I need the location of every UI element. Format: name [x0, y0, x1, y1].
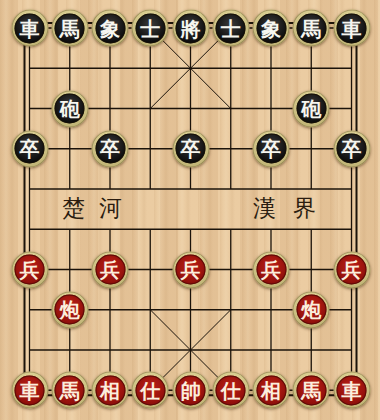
- piece-red-elephant-left[interactable]: 相: [92, 372, 129, 409]
- piece-red-soldier-b[interactable]: 兵: [92, 251, 129, 288]
- piece-face: 相: [256, 375, 286, 405]
- piece-glyph: 卒: [20, 139, 40, 159]
- piece-glyph: 相: [100, 380, 120, 400]
- piece-glyph: 兵: [100, 260, 120, 280]
- piece-glyph: 車: [20, 18, 40, 38]
- piece-face: 馬: [55, 375, 85, 405]
- piece-face: 馬: [296, 13, 326, 43]
- piece-glyph: 車: [20, 380, 40, 400]
- piece-face: 將: [176, 13, 206, 43]
- piece-glyph: 兵: [342, 260, 362, 280]
- piece-glyph: 象: [100, 18, 120, 38]
- piece-black-advisor-right[interactable]: 士: [212, 10, 249, 47]
- piece-face: 砲: [296, 94, 326, 124]
- piece-red-soldier-d[interactable]: 兵: [253, 251, 290, 288]
- piece-face: 卒: [95, 134, 125, 164]
- piece-glyph: 炮: [301, 300, 321, 320]
- piece-red-chariot-left[interactable]: 車: [11, 372, 48, 409]
- piece-red-soldier-a[interactable]: 兵: [11, 251, 48, 288]
- piece-face: 兵: [256, 255, 286, 285]
- piece-black-soldier-e[interactable]: 卒: [333, 130, 370, 167]
- piece-black-advisor-left[interactable]: 士: [132, 10, 169, 47]
- piece-glyph: 相: [261, 380, 281, 400]
- piece-glyph: 馬: [301, 380, 321, 400]
- piece-red-advisor-left[interactable]: 仕: [132, 372, 169, 409]
- piece-face: 仕: [216, 375, 246, 405]
- piece-black-soldier-d[interactable]: 卒: [253, 130, 290, 167]
- piece-glyph: 卒: [342, 139, 362, 159]
- piece-face: 車: [337, 375, 367, 405]
- piece-glyph: 士: [221, 18, 241, 38]
- piece-red-cannon-right[interactable]: 炮: [293, 291, 330, 328]
- piece-face: 卒: [176, 134, 206, 164]
- piece-red-horse-right[interactable]: 馬: [293, 372, 330, 409]
- piece-face: 砲: [55, 94, 85, 124]
- piece-face: 車: [337, 13, 367, 43]
- piece-glyph: 卒: [261, 139, 281, 159]
- piece-red-general[interactable]: 帥: [172, 372, 209, 409]
- piece-black-elephant-right[interactable]: 象: [253, 10, 290, 47]
- piece-glyph: 馬: [60, 18, 80, 38]
- piece-red-horse-left[interactable]: 馬: [51, 372, 88, 409]
- xiangqi-board[interactable]: 楚河 漢界 車馬象士將士象馬車砲砲卒卒卒卒卒兵兵兵兵兵炮炮車馬相仕帥仕相馬車: [0, 0, 380, 420]
- piece-glyph: 仕: [140, 380, 160, 400]
- piece-glyph: 兵: [20, 260, 40, 280]
- piece-glyph: 士: [140, 18, 160, 38]
- piece-black-general[interactable]: 將: [172, 10, 209, 47]
- piece-glyph: 車: [342, 380, 362, 400]
- piece-face: 炮: [296, 295, 326, 325]
- piece-glyph: 炮: [60, 300, 80, 320]
- piece-black-chariot-right[interactable]: 車: [333, 10, 370, 47]
- piece-glyph: 仕: [221, 380, 241, 400]
- piece-glyph: 帥: [181, 380, 201, 400]
- piece-face: 士: [135, 13, 165, 43]
- piece-glyph: 馬: [60, 380, 80, 400]
- piece-red-cannon-left[interactable]: 炮: [51, 291, 88, 328]
- piece-glyph: 卒: [181, 139, 201, 159]
- piece-face: 相: [95, 375, 125, 405]
- piece-glyph: 車: [342, 18, 362, 38]
- piece-black-chariot-left[interactable]: 車: [11, 10, 48, 47]
- piece-red-elephant-right[interactable]: 相: [253, 372, 290, 409]
- piece-black-soldier-a[interactable]: 卒: [11, 130, 48, 167]
- piece-face: 卒: [337, 134, 367, 164]
- piece-black-cannon-right[interactable]: 砲: [293, 90, 330, 127]
- piece-face: 馬: [55, 13, 85, 43]
- river-label-han-jie: 漢界: [253, 197, 333, 221]
- piece-black-cannon-left[interactable]: 砲: [51, 90, 88, 127]
- piece-red-chariot-right[interactable]: 車: [333, 372, 370, 409]
- piece-glyph: 馬: [301, 18, 321, 38]
- piece-glyph: 卒: [100, 139, 120, 159]
- piece-black-soldier-c[interactable]: 卒: [172, 130, 209, 167]
- piece-face: 帥: [176, 375, 206, 405]
- piece-glyph: 將: [181, 18, 201, 38]
- piece-glyph: 砲: [301, 99, 321, 119]
- piece-face: 象: [256, 13, 286, 43]
- piece-black-horse-left[interactable]: 馬: [51, 10, 88, 47]
- piece-face: 兵: [337, 255, 367, 285]
- piece-face: 兵: [15, 255, 45, 285]
- piece-face: 士: [216, 13, 246, 43]
- piece-glyph: 象: [261, 18, 281, 38]
- piece-face: 卒: [256, 134, 286, 164]
- piece-black-soldier-b[interactable]: 卒: [92, 130, 129, 167]
- piece-face: 馬: [296, 375, 326, 405]
- piece-black-elephant-left[interactable]: 象: [92, 10, 129, 47]
- piece-red-soldier-e[interactable]: 兵: [333, 251, 370, 288]
- piece-glyph: 兵: [261, 260, 281, 280]
- piece-black-horse-right[interactable]: 馬: [293, 10, 330, 47]
- piece-face: 象: [95, 13, 125, 43]
- piece-face: 仕: [135, 375, 165, 405]
- piece-face: 兵: [176, 255, 206, 285]
- piece-face: 兵: [95, 255, 125, 285]
- piece-face: 炮: [55, 295, 85, 325]
- piece-face: 卒: [15, 134, 45, 164]
- river-label-chu-he: 楚河: [62, 197, 136, 221]
- piece-face: 車: [15, 375, 45, 405]
- piece-glyph: 兵: [181, 260, 201, 280]
- piece-glyph: 砲: [60, 99, 80, 119]
- piece-red-soldier-c[interactable]: 兵: [172, 251, 209, 288]
- piece-face: 車: [15, 13, 45, 43]
- piece-red-advisor-right[interactable]: 仕: [212, 372, 249, 409]
